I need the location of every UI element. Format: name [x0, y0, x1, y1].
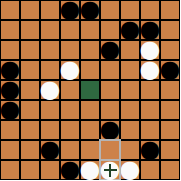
board-cell[interactable] — [161, 1, 179, 19]
board-cell[interactable]: ● — [141, 41, 159, 59]
board-cell[interactable] — [121, 41, 139, 59]
white-stone: ● — [60, 57, 81, 81]
board-cell[interactable] — [21, 141, 39, 159]
board-cell[interactable] — [121, 121, 139, 139]
game-board: ●●●●●●●●●●●●●●●●●●●● — [0, 0, 180, 180]
board-cell[interactable] — [161, 41, 179, 59]
board-cell[interactable] — [121, 61, 139, 79]
black-stone: ● — [0, 77, 20, 101]
board-cell[interactable] — [121, 81, 139, 99]
board-cell[interactable] — [41, 61, 59, 79]
black-stone: ● — [160, 57, 181, 81]
board-cell[interactable]: ● — [41, 141, 59, 159]
board-cell[interactable] — [161, 121, 179, 139]
white-stone: ● — [80, 157, 101, 180]
board-cell[interactable] — [41, 101, 59, 119]
board-cell[interactable]: ● — [161, 61, 179, 79]
black-stone: ● — [120, 17, 141, 41]
black-stone: ● — [0, 97, 20, 121]
board-cell[interactable]: ● — [141, 61, 159, 79]
board-cell[interactable] — [1, 21, 19, 39]
board-cell[interactable] — [1, 141, 19, 159]
board-cell[interactable] — [121, 101, 139, 119]
board-cell[interactable] — [101, 61, 119, 79]
board-cell[interactable] — [81, 41, 99, 59]
board-cell[interactable] — [21, 101, 39, 119]
board-cell[interactable]: ● — [1, 61, 19, 79]
board-cell[interactable] — [21, 61, 39, 79]
board-cell[interactable] — [41, 21, 59, 39]
board-cell[interactable]: ● — [81, 1, 99, 19]
board-cell[interactable] — [61, 41, 79, 59]
black-stone: ● — [100, 117, 121, 141]
black-stone: ● — [60, 0, 81, 21]
board-cell[interactable] — [141, 101, 159, 119]
board-cell[interactable] — [101, 81, 119, 99]
board-cell[interactable] — [101, 21, 119, 39]
board-cell[interactable] — [81, 141, 99, 159]
board-cell[interactable] — [1, 1, 19, 19]
board-cell[interactable] — [21, 41, 39, 59]
white-stone: ● — [120, 157, 141, 180]
board-cell[interactable]: ● — [61, 1, 79, 19]
board-cell[interactable]: ● — [121, 161, 139, 179]
board-cell[interactable]: ● — [1, 81, 19, 99]
board-cell[interactable] — [101, 101, 119, 119]
board-cell[interactable] — [161, 81, 179, 99]
board-cell[interactable] — [21, 81, 39, 99]
board-cell[interactable] — [61, 141, 79, 159]
board-cell[interactable] — [161, 21, 179, 39]
board-cell[interactable] — [1, 161, 19, 179]
board-cell[interactable] — [101, 1, 119, 19]
white-stone: ● — [140, 37, 161, 61]
board-cell[interactable] — [161, 101, 179, 119]
center-square[interactable] — [81, 81, 99, 99]
black-stone: ● — [140, 137, 161, 161]
board-cell[interactable]: ● — [1, 101, 19, 119]
white-stone: ● — [100, 157, 121, 180]
board-cell[interactable] — [81, 101, 99, 119]
board-cell[interactable] — [61, 81, 79, 99]
board-cell[interactable] — [61, 101, 79, 119]
board-cell[interactable] — [21, 1, 39, 19]
board-cell[interactable] — [161, 141, 179, 159]
board-cell[interactable] — [41, 121, 59, 139]
board-cell[interactable] — [61, 21, 79, 39]
board-cell[interactable] — [161, 161, 179, 179]
board-cell[interactable] — [61, 121, 79, 139]
black-stone: ● — [140, 17, 161, 41]
board-cell[interactable] — [41, 1, 59, 19]
black-stone: ● — [0, 57, 20, 81]
black-stone: ● — [100, 37, 121, 61]
board-cell[interactable] — [41, 161, 59, 179]
board-cell[interactable] — [21, 161, 39, 179]
board-cell[interactable] — [81, 21, 99, 39]
board-cell[interactable] — [21, 121, 39, 139]
board-cell[interactable] — [121, 1, 139, 19]
last-move-cross-marker — [101, 161, 119, 179]
black-stone: ● — [60, 157, 81, 180]
white-stone: ● — [40, 77, 61, 101]
board-cell[interactable] — [21, 21, 39, 39]
board-cell[interactable] — [121, 141, 139, 159]
board-cell[interactable]: ● — [81, 161, 99, 179]
board-cell[interactable] — [81, 121, 99, 139]
board-cell[interactable]: ● — [41, 81, 59, 99]
board-cell[interactable] — [141, 1, 159, 19]
board-cell[interactable]: ● — [61, 161, 79, 179]
black-stone: ● — [80, 0, 101, 21]
board-cell[interactable]: ● — [101, 121, 119, 139]
board-cell[interactable] — [141, 161, 159, 179]
board-cell[interactable]: ● — [61, 61, 79, 79]
board-cell[interactable]: ● — [141, 141, 159, 159]
board-cell[interactable]: ● — [141, 21, 159, 39]
board-cell[interactable] — [1, 121, 19, 139]
board-cell[interactable] — [101, 141, 119, 159]
black-stone: ● — [40, 137, 61, 161]
board-cell[interactable] — [141, 121, 159, 139]
board-cell[interactable] — [41, 41, 59, 59]
board-cell[interactable]: ● — [101, 161, 119, 179]
white-stone: ● — [140, 57, 161, 81]
board-cell[interactable] — [141, 81, 159, 99]
board-cell[interactable] — [81, 61, 99, 79]
board-cell[interactable] — [1, 41, 19, 59]
board-cell[interactable]: ● — [121, 21, 139, 39]
board-cell[interactable]: ● — [101, 41, 119, 59]
